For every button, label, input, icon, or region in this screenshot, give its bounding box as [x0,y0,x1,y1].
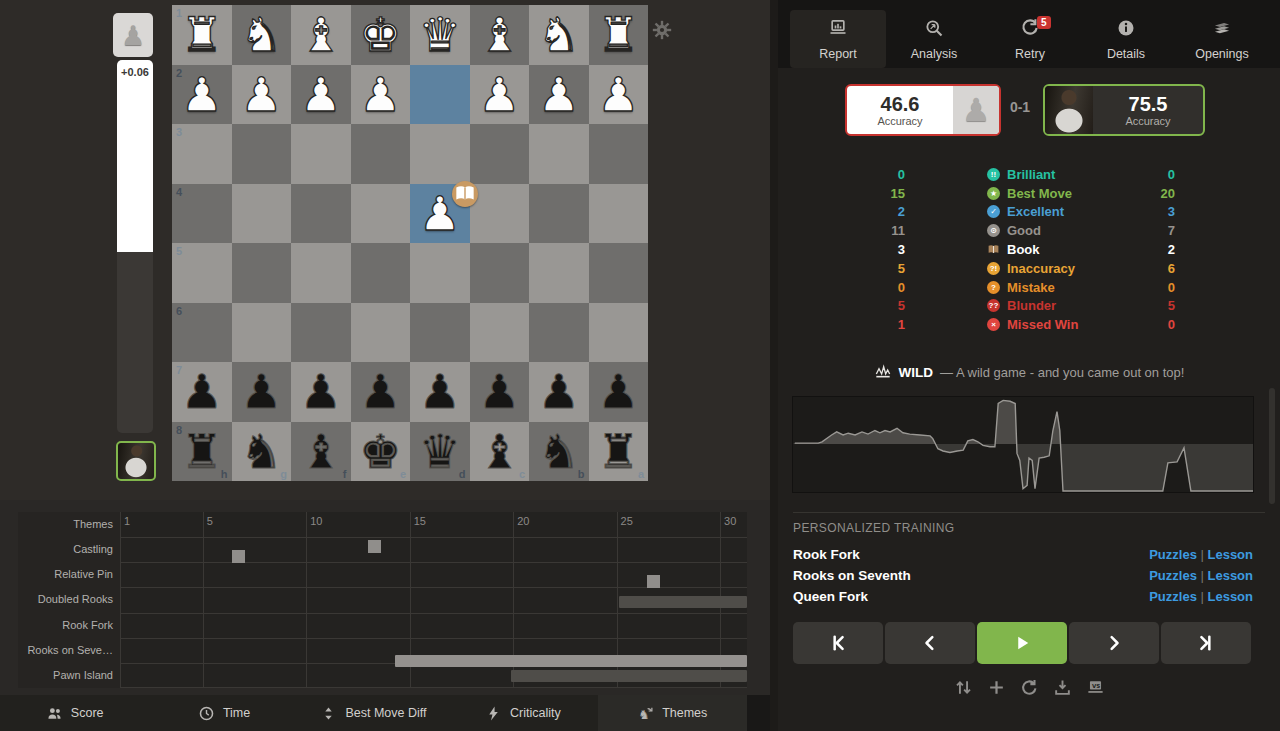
panel-scrollbar[interactable] [1269,388,1275,504]
black-count: 0 [1113,280,1175,295]
book-move-icon [987,243,1000,256]
square-g7[interactable]: ♟ [232,362,292,422]
square-g3[interactable] [232,124,292,184]
black-count: 3 [1113,204,1175,219]
rank-label-5: 5 [176,245,182,257]
white-pawn-e2[interactable]: ♟ [351,65,411,125]
square-f2[interactable]: ♟ [291,65,351,125]
square-h3[interactable]: 3 [172,124,232,184]
square-g2[interactable]: ♟ [232,65,292,125]
black-count: 7 [1113,223,1175,238]
square-f7[interactable]: ♟ [291,362,351,422]
link-separator: | [1197,589,1208,604]
evaluation-graph[interactable] [793,397,1253,492]
square-c2[interactable]: ♟ [470,65,530,125]
white-count: 2 [793,204,905,219]
square-b2[interactable]: ♟ [529,65,589,125]
row-gridline [120,687,747,688]
wild-graph-icon [874,364,892,380]
square-b6[interactable] [529,303,589,363]
tabbar-spacer [747,695,770,731]
classification-label: Inaccuracy [1007,261,1075,276]
classification-row-book: 3Book2 [793,240,1175,259]
sort-icon [320,705,337,722]
evaluation-graph-svg [793,397,1253,492]
themes-label-pawn-island: Pawn Island [18,663,120,688]
puzzles-link[interactable]: Puzzles [1149,547,1197,562]
square-h4[interactable]: 4 [172,184,232,244]
square-b8[interactable]: b♞ [529,422,589,482]
row-gridline [120,638,747,639]
square-e7[interactable]: ♟ [351,362,411,422]
people-icon [46,705,63,722]
tab-retry[interactable]: 5Retry [982,10,1078,68]
classification-label: Missed Win [1007,317,1078,332]
square-c1[interactable]: ♝ [470,5,530,65]
black-bishop-f8[interactable]: ♝ [291,422,351,482]
tab-details[interactable]: Details [1078,10,1174,68]
square-g6[interactable] [232,303,292,363]
classification-row-best-move: 15★Best Move20 [793,184,1175,203]
black-accuracy-label: Accuracy [1125,115,1170,127]
blunder-icon: ?? [987,299,1000,312]
black-rook-a8[interactable]: ♜ [589,422,649,482]
square-d5[interactable] [410,243,470,303]
square-g8[interactable]: g♞ [232,422,292,482]
board-settings-gear-icon[interactable] [651,19,673,41]
magnifier-icon [924,18,944,42]
classification-label: Good [1007,223,1041,238]
row-gridline [120,562,747,563]
bolt-icon [485,705,502,722]
themes-label-relative-pin: Relative Pin [18,562,120,587]
retry-count-badge: 5 [1037,16,1051,29]
white-pawn-c2[interactable]: ♟ [470,65,530,125]
square-h2[interactable]: 2♟ [172,65,232,125]
themes-timeline-chart[interactable]: 151015202530 [120,512,747,688]
square-a5[interactable] [589,243,649,303]
square-d8[interactable]: d♛ [410,422,470,482]
classification-row-missed-win: 1×Missed Win0 [793,315,1175,334]
black-bishop-c8[interactable]: ♝ [470,422,530,482]
excellent-icon: ✓ [987,205,1000,218]
theme-bar-pawn-island[interactable] [511,670,747,682]
square-h6[interactable]: 6 [172,303,232,363]
black-avatar-photo [1045,86,1093,134]
white-count: 5 [793,261,905,276]
white-pawn-g2[interactable]: ♟ [232,65,292,125]
black-pawn-a7[interactable]: ♟ [589,362,649,422]
link-separator: | [1197,568,1208,583]
move-tick-30: 30 [724,515,736,527]
evaluation-value: +0.06 [117,66,153,78]
themes-label-doubled-rooks: Doubled Rooks [18,587,120,612]
puzzles-link[interactable]: Puzzles [1149,568,1197,583]
link-separator: | [1197,547,1208,562]
white-count: 0 [793,280,905,295]
game-result: 0-1 [997,99,1043,115]
svg-text:♞: ♞ [639,707,650,722]
square-e2[interactable]: ♟ [351,65,411,125]
white-count: 5 [793,298,905,313]
white-pawn-b2[interactable]: ♟ [529,65,589,125]
move-tick-5: 5 [207,515,213,527]
theme-marker-relative-pin-move-27[interactable] [647,575,660,588]
white-count: 11 [793,223,905,238]
themes-label-rook-fork: Rook Fork [18,613,120,638]
square-a3[interactable] [589,124,649,184]
white-pawn-a2[interactable]: ♟ [589,65,649,125]
report-panel: ReportAnalysis5RetryDetailsOpenings 46.6… [778,0,1280,731]
inaccuracy-icon: ?! [987,262,1000,275]
white-count: 15 [793,186,905,201]
brilliant-icon: !! [987,168,1000,181]
square-h5[interactable]: 5 [172,243,232,303]
square-e3[interactable] [351,124,411,184]
classification-row-excellent: 2✓Excellent3 [793,203,1175,222]
black-player-avatar[interactable] [116,441,156,481]
gridline-move-1 [120,512,121,688]
good-icon: ⊙ [987,224,1000,237]
report-tabbar: ReportAnalysis5RetryDetailsOpenings [790,10,1270,68]
square-a6[interactable] [589,303,649,363]
classification-row-inaccuracy: 5?!Inaccuracy6 [793,259,1175,278]
tab-label: Analysis [911,47,958,61]
puzzles-link[interactable]: Puzzles [1149,589,1197,604]
white-avatar-pawn: ♟ [953,86,999,134]
tab-label: Openings [1195,47,1249,61]
book-move-marker [452,181,478,207]
black-pawn-b7[interactable]: ♟ [529,362,589,422]
summary-text: — A wild game - and you came out on top! [940,365,1184,380]
square-a2[interactable]: ♟ [589,65,649,125]
chart-tab-best-move-diff[interactable]: Best Move Diff [299,695,448,731]
mistake-icon: ? [987,281,1000,294]
black-pawn-g7[interactable]: ♟ [232,362,292,422]
white-rook-h1[interactable]: ♜ [172,5,232,65]
black-pawn-f7[interactable]: ♟ [291,362,351,422]
tab-analysis[interactable]: Analysis [886,10,982,68]
chart-tab-label: Time [223,706,250,720]
add-icon[interactable] [987,678,1006,697]
square-e6[interactable] [351,303,411,363]
black-count: 2 [1113,242,1175,257]
pawn-icon: ♟ [121,20,145,51]
black-count: 20 [1113,186,1175,201]
square-g1[interactable]: ♞ [232,5,292,65]
square-h8[interactable]: 8h♜ [172,422,232,482]
white-knight-b1[interactable]: ♞ [529,5,589,65]
training-row-queen-fork: Queen ForkPuzzles | Lesson [793,586,1253,607]
square-c8[interactable]: c♝ [470,422,530,482]
square-a8[interactable]: a♜ [589,422,649,482]
download-icon[interactable] [1053,678,1072,697]
classification-row-blunder: 5??Blunder5 [793,297,1175,316]
square-f8[interactable]: f♝ [291,422,351,482]
move-tick-10: 10 [310,515,322,527]
square-h1[interactable]: 1♜ [172,5,232,65]
training-header: PERSONALIZED TRAINING [793,521,955,535]
move-tick-20: 20 [517,515,529,527]
theme-marker-castling-move-7[interactable] [232,550,245,563]
row-gridline [120,537,747,538]
square-f1[interactable]: ♝ [291,5,351,65]
black-count: 0 [1113,167,1175,182]
square-a4[interactable] [589,184,649,244]
open-book-icon [452,181,478,207]
black-accuracy-card: 75.5 Accuracy [1043,84,1205,136]
themes-timeline-panel: ThemesCastlingRelative PinDoubled RooksR… [0,500,770,695]
info-icon [1116,18,1136,42]
chess-board[interactable]: 1♜♞♝♚♛♝♞♜2♟♟♟♟♟♟♟34♟567♟♟♟♟♟♟♟♟8h♜g♞f♝e♚… [172,5,648,481]
evaluation-bar-white-section [117,60,153,252]
panel-seam [770,0,778,731]
black-rook-h8[interactable]: ♜ [172,422,232,482]
training-row-rook-fork: Rook ForkPuzzles | Lesson [793,544,1253,565]
white-pawn-h2[interactable]: ♟ [172,65,232,125]
play-move-button[interactable] [977,622,1067,664]
move-classification-table: 0!!Brilliant015★Best Move202✓Excellent31… [793,165,1175,334]
square-c6[interactable] [470,303,530,363]
black-queen-d8[interactable]: ♛ [410,422,470,482]
square-g5[interactable] [232,243,292,303]
gridline-move-10 [306,512,307,688]
themes-label-rooks-on-seve-: Rooks on Seve… [18,638,120,663]
square-c5[interactable] [470,243,530,303]
square-b5[interactable] [529,243,589,303]
flip-board-icon[interactable] [954,678,973,697]
report-icon [828,18,848,42]
classification-row-good: 11⊙Good7 [793,221,1175,240]
next-move-button[interactable] [1069,622,1159,664]
square-f6[interactable] [291,303,351,363]
square-a1[interactable]: ♜ [589,5,649,65]
black-count: 5 [1113,298,1175,313]
row-gridline [120,613,747,614]
lesson-link[interactable]: Lesson [1207,547,1253,562]
white-bishop-f1[interactable]: ♝ [291,5,351,65]
section-divider [793,512,1265,513]
training-theme-name: Queen Fork [793,589,868,604]
white-accuracy-card: 46.6 Accuracy ♟ [845,84,1001,136]
black-king-e8[interactable]: ♚ [351,422,411,482]
square-b7[interactable]: ♟ [529,362,589,422]
white-pawn-f2[interactable]: ♟ [291,65,351,125]
chart-tab-criticality[interactable]: Criticality [448,695,597,731]
chart-tab-label: Best Move Diff [345,706,426,720]
square-d1[interactable]: ♛ [410,5,470,65]
summary-tag: WILD [899,365,934,380]
classification-label: Excellent [1007,204,1064,219]
move-navigation [793,622,1251,664]
move-tick-1: 1 [124,515,130,527]
square-c7[interactable]: ♟ [470,362,530,422]
gridline-move-5 [203,512,204,688]
first-move-button[interactable] [793,622,883,664]
black-accuracy-value: 75.5 [1129,93,1168,115]
square-f3[interactable] [291,124,351,184]
lesson-link[interactable]: Lesson [1207,589,1253,604]
white-count: 1 [793,317,905,332]
classification-label: Blunder [1007,298,1056,313]
black-pawn-d7[interactable]: ♟ [410,362,470,422]
prev-move-button[interactable] [885,622,975,664]
theme-bar-doubled-rooks[interactable] [619,596,747,608]
tab-openings[interactable]: Openings [1174,10,1270,68]
chart-tab-time[interactable]: Time [149,695,298,731]
utility-icon-row: VS [778,678,1280,697]
classification-label: Best Move [1007,186,1072,201]
square-c4[interactable] [470,184,530,244]
pawn-icon: ♟ [962,91,991,129]
clock-icon [198,705,215,722]
black-pawn-h7[interactable]: ♟ [172,362,232,422]
square-e8[interactable]: e♚ [351,422,411,482]
game-review-screen: ♟ +0.06 1♜♞♝♚♛♝♞♜2♟♟♟♟♟♟♟34♟567♟♟♟♟♟♟♟♟8… [0,0,1280,731]
move-tick-15: 15 [414,515,426,527]
square-g4[interactable] [232,184,292,244]
black-knight-b8[interactable]: ♞ [529,422,589,482]
chart-tab-themes[interactable]: ♞Themes [598,695,747,731]
move-tick-25: 25 [621,515,633,527]
rank-label-4: 4 [176,186,182,198]
white-king-e1[interactable]: ♚ [351,5,411,65]
square-d3[interactable] [410,124,470,184]
square-h7[interactable]: 7♟ [172,362,232,422]
chart-tab-label: Score [71,706,104,720]
white-player-avatar[interactable]: ♟ [113,13,153,57]
vs-computer-icon[interactable]: VS [1086,678,1105,697]
square-e4[interactable] [351,184,411,244]
theme-marker-castling-move-13[interactable] [368,540,381,553]
chart-tab-label: Criticality [510,706,561,720]
square-d6[interactable] [410,303,470,363]
training-row-rooks-on-seventh: Rooks on SeventhPuzzles | Lesson [793,565,1253,586]
square-c3[interactable] [470,124,530,184]
best-move-icon: ★ [987,187,1000,200]
square-a7[interactable]: ♟ [589,362,649,422]
white-count: 3 [793,242,905,257]
reset-icon[interactable] [1020,678,1039,697]
black-count: 0 [1113,317,1175,332]
tab-label: Retry [1015,47,1045,61]
themes-row-labels: ThemesCastlingRelative PinDoubled RooksR… [18,512,120,688]
knight-themes-icon: ♞ [637,705,654,722]
white-count: 0 [793,167,905,182]
classification-label: Brilliant [1007,167,1055,182]
training-theme-name: Rook Fork [793,547,860,562]
black-count: 6 [1113,261,1175,276]
square-b3[interactable] [529,124,589,184]
missed-win-icon: × [987,318,1000,331]
square-d2[interactable] [410,65,470,125]
black-knight-g8[interactable]: ♞ [232,422,292,482]
black-pawn-c7[interactable]: ♟ [470,362,530,422]
training-theme-name: Rooks on Seventh [793,568,911,583]
tab-label: Report [819,47,857,61]
themes-label-themes: Themes [18,512,120,537]
tab-label: Details [1107,47,1145,61]
classification-row-mistake: 0?Mistake0 [793,278,1175,297]
rank-label-6: 6 [176,305,182,317]
square-f4[interactable] [291,184,351,244]
square-e1[interactable]: ♚ [351,5,411,65]
chart-mode-tabbar: ScoreTimeBest Move DiffCriticality♞Theme… [0,695,747,731]
themes-label-castling: Castling [18,537,120,562]
white-knight-g1[interactable]: ♞ [232,5,292,65]
evaluation-bar [117,60,153,433]
books-icon [1212,18,1232,42]
square-b4[interactable] [529,184,589,244]
white-bishop-c1[interactable]: ♝ [470,5,530,65]
square-e5[interactable] [351,243,411,303]
lesson-link[interactable]: Lesson [1207,568,1253,583]
white-accuracy-label: Accuracy [877,115,922,127]
chart-tab-score[interactable]: Score [0,695,149,731]
classification-label: Mistake [1007,280,1055,295]
square-b1[interactable]: ♞ [529,5,589,65]
game-summary-line: WILD — A wild game - and you came out on… [778,364,1280,380]
white-rook-a1[interactable]: ♜ [589,5,649,65]
black-pawn-e7[interactable]: ♟ [351,362,411,422]
square-d7[interactable]: ♟ [410,362,470,422]
classification-row-brilliant: 0!!Brilliant0 [793,165,1175,184]
last-move-button[interactable] [1161,622,1251,664]
white-queen-d1[interactable]: ♛ [410,5,470,65]
svg-text:VS: VS [1092,683,1100,689]
theme-bar-rooks-on-seve-[interactable] [395,655,747,667]
rank-label-3: 3 [176,126,182,138]
tab-report[interactable]: Report [790,10,886,68]
white-accuracy-value: 46.6 [881,93,920,115]
square-f5[interactable] [291,243,351,303]
chart-tab-label: Themes [662,706,707,720]
classification-label: Book [1007,242,1040,257]
